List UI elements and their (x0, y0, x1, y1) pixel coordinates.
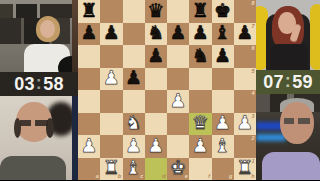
piece-white-pawn[interactable]: ♟ (103, 68, 120, 87)
square-c2[interactable]: ♟ (123, 135, 145, 158)
square-c3[interactable]: ♞ (123, 113, 145, 136)
board-coordinate: 4 (251, 91, 254, 97)
square-c4[interactable] (123, 90, 145, 113)
right-column: 07:59 (256, 0, 320, 180)
square-d6[interactable]: ♟ (145, 45, 167, 68)
square-c7[interactable] (123, 23, 145, 46)
board-coordinate: h (251, 174, 254, 180)
square-a1[interactable]: a (78, 158, 100, 181)
piece-black-knight[interactable]: ♞ (147, 23, 164, 42)
square-c5[interactable]: ♟ (123, 68, 145, 91)
square-a3[interactable] (78, 113, 100, 136)
board-coordinate: c (140, 174, 143, 180)
board-coordinate: e (185, 174, 188, 180)
square-b8[interactable] (100, 0, 122, 23)
square-d2[interactable]: ♟ (145, 135, 167, 158)
glasses (20, 120, 48, 126)
person-torso (262, 152, 320, 180)
square-f7[interactable]: ♟ (189, 23, 211, 46)
piece-white-pawn[interactable]: ♟ (147, 136, 164, 155)
board-coordinate: g (229, 174, 232, 180)
clock-minutes: 07 (263, 72, 284, 93)
piece-black-bishop[interactable]: ♝ (214, 23, 231, 42)
glasses (284, 118, 310, 124)
square-h6[interactable]: 6 (234, 45, 256, 68)
square-e7[interactable]: ♟ (167, 23, 189, 46)
board-coordinate: 1 (251, 159, 254, 165)
piece-black-knight[interactable]: ♞ (192, 46, 209, 65)
square-f1[interactable]: f (189, 158, 211, 181)
piece-black-pawn[interactable]: ♟ (147, 46, 164, 65)
piece-white-bishop[interactable]: ♝ (214, 136, 231, 155)
square-c6[interactable] (123, 45, 145, 68)
chess-board: ♜♛♜♚8♟♟♞♟♟♝♟7♟♞♟6♟♟5♟4♞♛♟♟3♟♟♟♟♝2a♜b♝cd♚… (78, 0, 256, 180)
square-b7[interactable]: ♟ (100, 23, 122, 46)
square-f4[interactable] (189, 90, 211, 113)
square-b4[interactable] (100, 90, 122, 113)
square-e1[interactable]: ♚e (167, 158, 189, 181)
piece-white-pawn[interactable]: ♟ (170, 91, 187, 110)
square-d8[interactable]: ♛ (145, 0, 167, 23)
square-d1[interactable]: d (145, 158, 167, 181)
square-g4[interactable] (212, 90, 234, 113)
white-clock: 03:58 (0, 72, 78, 96)
square-f2[interactable]: ♟ (189, 135, 211, 158)
gaming-chair (310, 4, 320, 70)
square-a6[interactable] (78, 45, 100, 68)
left-column: 03:58 (0, 0, 78, 180)
piece-white-queen[interactable]: ♛ (192, 113, 209, 132)
board-coordinate: 2 (251, 136, 254, 142)
board-coordinate: d (162, 174, 165, 180)
black-clock: 07:59 (256, 70, 320, 94)
board-coordinate: b (118, 174, 121, 180)
piece-white-knight[interactable]: ♞ (125, 113, 142, 132)
piece-white-pawn[interactable]: ♟ (125, 136, 142, 155)
piece-black-queen[interactable]: ♛ (147, 1, 164, 20)
square-a7[interactable]: ♟ (78, 23, 100, 46)
square-f6[interactable]: ♞ (189, 45, 211, 68)
clock-seconds: 58 (43, 74, 64, 95)
clock-colon: : (36, 73, 42, 94)
clock-colon: : (285, 71, 291, 92)
square-e5[interactable] (167, 68, 189, 91)
square-g1[interactable]: g (212, 158, 234, 181)
square-e6[interactable] (167, 45, 189, 68)
square-g2[interactable]: ♝ (212, 135, 234, 158)
piece-black-pawn[interactable]: ♟ (192, 23, 209, 42)
square-e8[interactable] (167, 0, 189, 23)
square-h7[interactable]: ♟7 (234, 23, 256, 46)
square-h8[interactable]: 8 (234, 0, 256, 23)
board-coordinate: 8 (251, 1, 254, 7)
square-c1[interactable]: ♝c (123, 158, 145, 181)
square-g6[interactable]: ♟ (212, 45, 234, 68)
square-f3[interactable]: ♛ (189, 113, 211, 136)
square-b3[interactable] (100, 113, 122, 136)
piece-black-pawn[interactable]: ♟ (170, 23, 187, 42)
person-face (40, 20, 55, 38)
square-d4[interactable] (145, 90, 167, 113)
clock-minutes: 03 (14, 74, 35, 95)
square-b1[interactable]: ♜b (100, 158, 122, 181)
square-b2[interactable] (100, 135, 122, 158)
square-h3[interactable]: ♟3 (234, 113, 256, 136)
square-d3[interactable] (145, 113, 167, 136)
webcam-bottom-right (256, 94, 320, 180)
square-a8[interactable]: ♜ (78, 0, 100, 23)
board-coordinate: 3 (251, 114, 254, 120)
square-c8[interactable] (123, 0, 145, 23)
piece-black-king[interactable]: ♚ (214, 1, 231, 20)
board-coordinate: f (208, 174, 210, 180)
square-g5[interactable] (212, 68, 234, 91)
square-e4[interactable]: ♟ (167, 90, 189, 113)
piece-white-pawn[interactable]: ♟ (192, 136, 209, 155)
piece-black-rook[interactable]: ♜ (81, 1, 98, 20)
square-f5[interactable] (189, 68, 211, 91)
square-b5[interactable]: ♟ (100, 68, 122, 91)
piece-black-pawn[interactable]: ♟ (214, 46, 231, 65)
square-h5[interactable]: 5 (234, 68, 256, 91)
square-g8[interactable]: ♚ (212, 0, 234, 23)
piece-black-rook[interactable]: ♜ (192, 1, 209, 20)
square-d7[interactable]: ♞ (145, 23, 167, 46)
piece-white-pawn[interactable]: ♟ (214, 113, 231, 132)
led-lights (256, 134, 286, 141)
square-e2[interactable] (167, 135, 189, 158)
piece-black-pawn[interactable]: ♟ (125, 68, 142, 87)
square-f8[interactable]: ♜ (189, 0, 211, 23)
webcam-bottom-left (0, 96, 78, 180)
square-h2[interactable]: 2 (234, 135, 256, 158)
square-a4[interactable] (78, 90, 100, 113)
board-coordinate: 6 (251, 46, 254, 52)
square-a2[interactable]: ♟ (78, 135, 100, 158)
piece-white-pawn[interactable]: ♟ (81, 136, 98, 155)
board-coordinate: a (96, 174, 99, 180)
square-h1[interactable]: ♜1h (234, 158, 256, 181)
square-d5[interactable] (145, 68, 167, 91)
square-e3[interactable] (167, 113, 189, 136)
shelf (0, 4, 72, 18)
square-a5[interactable] (78, 68, 100, 91)
person-torso (270, 44, 308, 70)
square-g7[interactable]: ♝ (212, 23, 234, 46)
board-coordinate: 5 (251, 69, 254, 75)
square-h4[interactable]: 4 (234, 90, 256, 113)
piece-black-pawn[interactable]: ♟ (103, 23, 120, 42)
square-b6[interactable] (100, 45, 122, 68)
piece-black-pawn[interactable]: ♟ (81, 23, 98, 42)
clock-seconds: 59 (292, 72, 313, 93)
board-coordinate: 7 (251, 24, 254, 30)
webcam-top-left (0, 0, 78, 72)
square-g3[interactable]: ♟ (212, 113, 234, 136)
person-torso (0, 156, 66, 180)
stream-layout: 03:58 ♜♛♜♚8♟♟♞♟♟♝♟7♟♞♟6♟♟5♟4♞♛♟♟3♟♟♟♟♝2a… (0, 0, 320, 180)
webcam-top-right (256, 0, 320, 70)
